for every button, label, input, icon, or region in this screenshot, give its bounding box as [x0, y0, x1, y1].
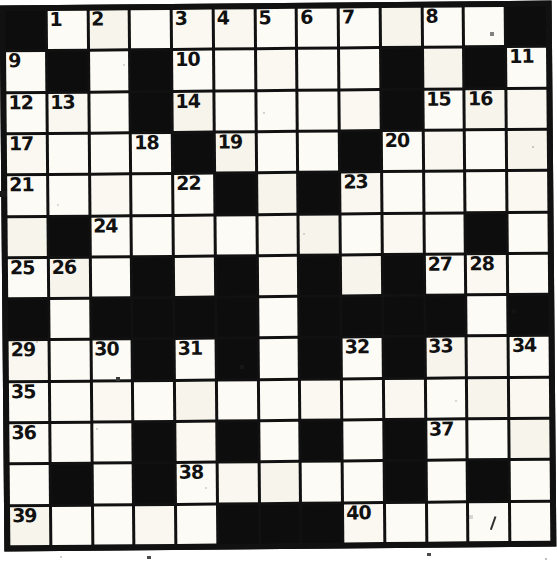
cell-r2c7[interactable] [257, 50, 296, 89]
cell-r1c6[interactable]: 4 [215, 9, 254, 48]
cell-r6c12-black [467, 214, 506, 253]
cell-r7c9[interactable] [342, 256, 381, 295]
cell-r4c10[interactable]: 20 [383, 132, 422, 171]
cell-r3c9[interactable] [341, 91, 380, 130]
cell-r4c11[interactable] [424, 131, 463, 170]
cell-r13c9[interactable]: 40 [344, 504, 383, 543]
cell-r2c9[interactable] [340, 49, 379, 88]
cell-r3c2[interactable]: 13 [48, 93, 87, 132]
clue-number-19: 19 [218, 131, 243, 153]
cell-r4c9-black [341, 132, 380, 171]
cell-r1c13-black [507, 7, 546, 46]
cell-r7c5[interactable] [175, 257, 214, 296]
clue-number-4: 4 [216, 7, 228, 29]
clue-number-20: 20 [385, 130, 410, 152]
cell-r2c1[interactable]: 9 [6, 52, 45, 91]
cell-r3c5[interactable]: 14 [173, 92, 212, 131]
cell-r3c13[interactable] [508, 89, 547, 128]
cell-r9c9[interactable]: 32 [343, 339, 382, 378]
clue-number-8: 8 [425, 6, 437, 28]
cell-r1c9[interactable]: 7 [340, 8, 379, 47]
cell-r10c5[interactable] [176, 381, 215, 420]
cell-r8c2[interactable] [50, 300, 89, 339]
cell-r4c13[interactable] [508, 131, 547, 170]
cell-r6c13[interactable] [509, 213, 548, 252]
cell-r4c6[interactable]: 19 [216, 133, 255, 172]
cell-r7c10-black [384, 256, 423, 295]
cell-r11c9[interactable] [343, 421, 382, 460]
cell-r8c8-black [301, 298, 340, 337]
cell-r1c8[interactable]: 6 [298, 8, 337, 47]
clue-number-31: 31 [178, 338, 203, 360]
clue-number-40: 40 [346, 502, 371, 524]
clue-number-14: 14 [175, 90, 200, 112]
cell-r7c6-black [217, 257, 256, 296]
cell-r8c3-black [92, 299, 131, 338]
cell-r8c11-black [426, 297, 465, 336]
cell-r8c13-black [509, 296, 548, 335]
clue-number-29: 29 [11, 340, 36, 362]
clue-number-11: 11 [509, 46, 534, 68]
cell-r12c13[interactable] [511, 461, 550, 500]
clue-number-5: 5 [258, 7, 270, 29]
cell-r11c6-black [218, 422, 257, 461]
cell-r3c8[interactable] [299, 91, 338, 130]
cell-r9c2[interactable] [50, 341, 89, 380]
cell-r4c4[interactable]: 18 [132, 134, 171, 173]
clue-number-10: 10 [175, 49, 200, 71]
cell-r8c10-black [384, 297, 423, 336]
cell-r11c1[interactable]: 36 [9, 424, 48, 463]
cell-r6c2-black [49, 217, 88, 256]
cell-r10c4[interactable] [134, 382, 173, 421]
cell-r4c3[interactable] [90, 134, 129, 173]
cell-r12c9[interactable] [344, 462, 383, 501]
cell-r13c11[interactable] [428, 503, 467, 542]
margin-dash [0, 191, 7, 197]
cell-r11c12[interactable] [469, 420, 508, 459]
cell-r11c3[interactable] [93, 423, 132, 462]
cell-r2c2-black [48, 52, 87, 91]
cell-r11c7[interactable] [260, 422, 299, 461]
cell-r11c4-black [135, 423, 174, 462]
cell-r5c6-black [216, 174, 255, 213]
cell-r2c11[interactable] [424, 49, 463, 88]
cell-r8c9-black [342, 297, 381, 336]
cell-r10c13[interactable] [510, 378, 549, 417]
clue-number-34: 34 [512, 335, 537, 357]
cell-r9c5[interactable]: 31 [176, 340, 215, 379]
clue-number-12: 12 [8, 92, 33, 114]
clue-number-18: 18 [134, 132, 159, 154]
cell-r3c7[interactable] [257, 91, 296, 130]
cell-r6c11[interactable] [425, 214, 464, 253]
cell-r8c7[interactable] [259, 298, 298, 337]
cell-r5c1[interactable]: 21 [7, 176, 46, 215]
cell-r6c8[interactable] [300, 215, 339, 254]
cell-r10c6[interactable] [218, 381, 257, 420]
clue-number-35: 35 [11, 381, 36, 403]
cell-r9c7[interactable] [259, 339, 298, 378]
cell-r10c7[interactable] [260, 381, 299, 420]
cell-r2c3[interactable] [90, 52, 129, 91]
cell-r3c3[interactable] [90, 93, 129, 132]
clue-number-21: 21 [9, 174, 34, 196]
cell-r6c10[interactable] [383, 214, 422, 253]
cell-r11c10-black [385, 421, 424, 460]
cell-r8c4-black [133, 299, 172, 338]
cell-r10c12[interactable] [468, 379, 507, 418]
cell-r1c4[interactable] [131, 10, 170, 49]
cell-r13c10[interactable] [386, 503, 425, 542]
cell-r5c12[interactable] [467, 172, 506, 211]
cell-r7c11[interactable]: 27 [426, 255, 465, 294]
cell-r1c10[interactable] [382, 8, 421, 47]
cell-r4c8[interactable] [299, 132, 338, 171]
cell-r8c12[interactable] [468, 296, 507, 335]
cell-r5c13[interactable] [508, 172, 547, 211]
cell-r4c12[interactable] [466, 131, 505, 170]
cell-r3c10-black [382, 90, 421, 129]
cell-r5c3[interactable] [91, 176, 130, 215]
clue-number-16: 16 [468, 88, 493, 110]
cell-r4c2[interactable] [49, 135, 88, 174]
cell-r3c11[interactable]: 15 [424, 90, 463, 129]
cell-r1c2[interactable]: 1 [47, 11, 86, 50]
cell-r10c2[interactable] [51, 382, 90, 421]
cell-r9c11[interactable]: 33 [426, 338, 465, 377]
clue-number-28: 28 [469, 253, 494, 275]
cell-r9c8-black [301, 339, 340, 378]
clue-number-13: 13 [50, 91, 75, 113]
clue-number-25: 25 [10, 257, 35, 279]
clue-number-27: 27 [427, 253, 452, 275]
cell-r11c11[interactable]: 37 [427, 420, 466, 459]
cell-r2c8[interactable] [298, 50, 337, 89]
cell-r4c5-black [174, 133, 213, 172]
cell-r12c12-black [469, 461, 508, 500]
cell-r7c1[interactable]: 25 [8, 259, 47, 298]
cell-r6c7[interactable] [258, 215, 297, 254]
clue-number-22: 22 [176, 173, 201, 195]
cell-r13c8-black [302, 504, 341, 543]
cell-r10c10[interactable] [385, 379, 424, 418]
clue-number-1: 1 [49, 9, 61, 31]
cell-r7c4-black [133, 258, 172, 297]
cell-r7c8-black [300, 256, 339, 295]
cell-r1c11[interactable]: 8 [423, 7, 462, 46]
clue-number-17: 17 [9, 133, 34, 155]
clue-number-37: 37 [429, 419, 454, 441]
cell-r11c5[interactable] [176, 423, 215, 462]
cell-r8c6-black [217, 298, 256, 337]
cell-r6c4[interactable] [133, 216, 172, 255]
cell-r9c13[interactable]: 34 [510, 337, 549, 376]
cell-r2c6[interactable] [215, 51, 254, 90]
cell-r2c5[interactable]: 10 [173, 51, 212, 90]
cell-r12c11[interactable] [427, 462, 466, 501]
clue-number-39: 39 [12, 505, 37, 527]
cell-r12c8[interactable] [302, 463, 341, 502]
cell-r10c11[interactable] [427, 379, 466, 418]
cell-r8c5-black [175, 299, 214, 338]
cell-r12c5[interactable]: 38 [177, 464, 216, 503]
cell-r13c12[interactable] [469, 503, 508, 542]
cell-r12c7[interactable] [260, 463, 299, 502]
cell-r7c2[interactable]: 26 [50, 258, 89, 297]
cell-r12c4-black [135, 464, 174, 503]
clue-number-3: 3 [175, 8, 187, 30]
cell-r10c9[interactable] [343, 380, 382, 419]
cell-r9c6-black [217, 340, 256, 379]
cell-r5c9[interactable]: 23 [341, 173, 380, 212]
clue-number-24: 24 [93, 215, 118, 237]
cell-r1c5[interactable]: 3 [173, 10, 212, 49]
cell-r13c13[interactable] [511, 502, 550, 541]
crossword-board: 1234567891011121314151617181920212223242… [0, 1, 556, 552]
cell-r6c3[interactable]: 24 [91, 217, 130, 256]
cell-r11c13[interactable] [510, 420, 549, 459]
cell-r8c1-black [8, 300, 47, 339]
cell-r13c5[interactable] [177, 505, 216, 544]
cell-r3c12[interactable]: 16 [466, 90, 505, 129]
scan-speckles [0, 0, 2, 2]
cell-r12c1[interactable] [10, 465, 49, 504]
cell-r13c2[interactable] [52, 506, 91, 545]
cell-r10c1[interactable]: 35 [9, 383, 48, 422]
cell-r6c9[interactable] [342, 215, 381, 254]
cell-r4c7[interactable] [257, 133, 296, 172]
cell-r6c1[interactable] [7, 218, 46, 257]
clue-number-32: 32 [345, 337, 370, 359]
stray-dot-bottom-left [147, 556, 151, 559]
cell-r9c1[interactable]: 29 [9, 341, 48, 380]
cell-r10c8[interactable] [301, 380, 340, 419]
cell-r2c13[interactable]: 11 [507, 48, 546, 87]
cell-r12c3[interactable] [93, 465, 132, 504]
cell-r9c4-black [134, 340, 173, 379]
cell-r9c10-black [384, 338, 423, 377]
clue-number-36: 36 [11, 422, 36, 444]
cell-r10c3[interactable] [92, 382, 131, 421]
cell-r5c7[interactable] [258, 174, 297, 213]
cell-r5c11[interactable] [425, 173, 464, 212]
cell-r12c10-black [386, 462, 425, 501]
clue-number-9: 9 [8, 51, 20, 73]
cell-r5c10[interactable] [383, 173, 422, 212]
cell-r1c1-black [6, 11, 45, 50]
clue-number-38: 38 [179, 462, 204, 484]
cell-r13c1[interactable]: 39 [10, 507, 49, 546]
cell-r3c4-black [132, 93, 171, 132]
cell-r6c6[interactable] [216, 216, 255, 255]
cell-r13c4[interactable] [135, 506, 174, 545]
cell-r2c10-black [382, 49, 421, 88]
pen-slash-mark [490, 516, 497, 530]
cell-r13c3[interactable] [94, 506, 133, 545]
cell-r7c3[interactable] [91, 258, 130, 297]
cell-r1c12[interactable] [465, 7, 504, 46]
clue-number-7: 7 [342, 6, 354, 28]
cell-r13c7-black [261, 505, 300, 544]
cell-r2c12-black [465, 48, 504, 87]
cell-r1c3[interactable]: 2 [89, 10, 128, 49]
stray-dot-bottom-right [427, 553, 431, 556]
cell-r13c6-black [219, 505, 258, 544]
cell-r1c7[interactable]: 5 [256, 9, 295, 48]
cell-r6c5[interactable] [175, 216, 214, 255]
clue-number-15: 15 [426, 88, 451, 110]
clue-number-23: 23 [343, 171, 368, 193]
cell-r9c3[interactable]: 30 [92, 341, 131, 380]
clue-number-33: 33 [428, 336, 453, 358]
cell-r5c8-black [299, 174, 338, 213]
cell-r12c2-black [51, 465, 90, 504]
cell-r11c8-black [302, 422, 341, 461]
clue-number-6: 6 [300, 7, 312, 29]
clue-number-26: 26 [52, 257, 77, 279]
cell-r2c4-black [131, 51, 170, 90]
cell-r7c7[interactable] [258, 257, 297, 296]
cell-r9c12[interactable] [468, 337, 507, 376]
cell-r11c2[interactable] [51, 424, 90, 463]
cell-r12c6[interactable] [218, 464, 257, 503]
cell-r5c4[interactable] [132, 175, 171, 214]
cell-r7c12[interactable]: 28 [467, 255, 506, 294]
cell-r4c1[interactable]: 17 [7, 135, 46, 174]
stray-dot-under-30 [116, 377, 120, 381]
cell-r5c2[interactable] [49, 176, 88, 215]
cell-r3c1[interactable]: 12 [6, 94, 45, 133]
cell-r7c13[interactable] [509, 254, 548, 293]
clue-number-2: 2 [91, 9, 103, 31]
cell-r3c6[interactable] [215, 92, 254, 131]
clue-number-30: 30 [94, 339, 119, 361]
cell-r5c5[interactable]: 22 [174, 175, 213, 214]
